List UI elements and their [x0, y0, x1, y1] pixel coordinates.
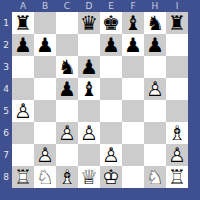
white-pawn[interactable]: ♟♙ — [12, 100, 34, 122]
square-f7[interactable] — [122, 144, 144, 166]
black-rook[interactable]: ♜ — [12, 12, 34, 34]
square-g1[interactable]: ♞ — [144, 12, 166, 34]
square-f8[interactable] — [122, 166, 144, 188]
white-piece-outline: ♗ — [166, 122, 188, 144]
black-pawn[interactable]: ♟ — [12, 34, 34, 56]
white-piece-outline: ♙ — [34, 144, 56, 166]
square-g3[interactable] — [144, 56, 166, 78]
square-a5[interactable]: ♟♙ — [12, 100, 34, 122]
square-c6[interactable]: ♟♙ — [56, 122, 78, 144]
square-d2[interactable] — [78, 34, 100, 56]
square-a1[interactable]: ♜ — [12, 12, 34, 34]
square-c4[interactable]: ♟ — [56, 78, 78, 100]
square-b3[interactable] — [34, 56, 56, 78]
white-piece-outline: ♘ — [34, 166, 56, 188]
square-h4[interactable] — [166, 78, 188, 100]
square-g2[interactable]: ♟ — [144, 34, 166, 56]
square-h7[interactable]: ♟♙ — [166, 144, 188, 166]
square-a4[interactable] — [12, 78, 34, 100]
white-bishop[interactable]: ♝♗ — [56, 166, 78, 188]
white-piece-outline: ♖ — [12, 166, 34, 188]
rank-label-6: 6 — [0, 122, 12, 144]
white-piece-outline: ♔ — [100, 166, 122, 188]
square-f2[interactable]: ♟ — [122, 34, 144, 56]
square-e2[interactable]: ♟ — [100, 34, 122, 56]
file-label-c: C — [56, 0, 78, 12]
square-b2[interactable]: ♟ — [34, 34, 56, 56]
white-piece-outline: ♖ — [166, 166, 188, 188]
square-a3[interactable] — [12, 56, 34, 78]
square-e3[interactable] — [100, 56, 122, 78]
square-c3[interactable]: ♞ — [56, 56, 78, 78]
square-g5[interactable] — [144, 100, 166, 122]
black-pawn[interactable]: ♟ — [144, 34, 166, 56]
white-piece-outline: ♙ — [78, 122, 100, 144]
square-e4[interactable] — [100, 78, 122, 100]
black-pawn[interactable]: ♟ — [122, 34, 144, 56]
black-bishop[interactable]: ♝ — [78, 78, 100, 100]
square-e7[interactable]: ♟♙ — [100, 144, 122, 166]
square-g8[interactable]: ♞♘ — [144, 166, 166, 188]
square-f5[interactable] — [122, 100, 144, 122]
black-pawn[interactable]: ♟ — [100, 34, 122, 56]
black-knight[interactable]: ♞ — [56, 56, 78, 78]
black-queen[interactable]: ♛ — [78, 12, 100, 34]
square-g4[interactable]: ♟♙ — [144, 78, 166, 100]
white-pawn[interactable]: ♟♙ — [56, 122, 78, 144]
white-piece-outline: ♗ — [56, 166, 78, 188]
square-a8[interactable]: ♜♖ — [12, 166, 34, 188]
white-piece-outline: ♙ — [166, 144, 188, 166]
rank-label-8: 8 — [0, 166, 12, 188]
rank-label-4: 4 — [0, 78, 12, 100]
square-c7[interactable] — [56, 144, 78, 166]
square-f6[interactable] — [122, 122, 144, 144]
square-h1[interactable]: ♜ — [166, 12, 188, 34]
square-c1[interactable] — [56, 12, 78, 34]
square-a2[interactable]: ♟ — [12, 34, 34, 56]
square-d3[interactable]: ♟ — [78, 56, 100, 78]
black-bishop[interactable]: ♝ — [122, 12, 144, 34]
white-knight[interactable]: ♞♘ — [34, 166, 56, 188]
rank-label-5: 5 — [0, 100, 12, 122]
square-e6[interactable] — [100, 122, 122, 144]
square-c5[interactable] — [56, 100, 78, 122]
black-pawn[interactable]: ♟ — [56, 78, 78, 100]
white-knight[interactable]: ♞♘ — [144, 166, 166, 188]
white-king[interactable]: ♚♔ — [100, 166, 122, 188]
square-d6[interactable]: ♟♙ — [78, 122, 100, 144]
black-knight[interactable]: ♞ — [144, 12, 166, 34]
square-h3[interactable] — [166, 56, 188, 78]
square-d7[interactable] — [78, 144, 100, 166]
white-pawn[interactable]: ♟♙ — [34, 144, 56, 166]
square-h6[interactable]: ♝♗ — [166, 122, 188, 144]
black-rook[interactable]: ♜ — [166, 12, 188, 34]
square-a6[interactable] — [12, 122, 34, 144]
square-e8[interactable]: ♚♔ — [100, 166, 122, 188]
white-pawn[interactable]: ♟♙ — [166, 144, 188, 166]
white-rook[interactable]: ♜♖ — [12, 166, 34, 188]
rank-label-1: 1 — [0, 12, 12, 34]
square-e5[interactable] — [100, 100, 122, 122]
square-b7[interactable]: ♟♙ — [34, 144, 56, 166]
rank-label-2: 2 — [0, 34, 12, 56]
white-piece-outline: ♙ — [100, 144, 122, 166]
square-c8[interactable]: ♝♗ — [56, 166, 78, 188]
white-pawn[interactable]: ♟♙ — [144, 78, 166, 100]
chess-board: ♜♛♚♝♞♜♟♟♟♟♟♞♟♟♝♟♙♟♙♟♙♟♙♝♗♟♙♟♙♟♙♜♖♞♘♝♗♛♕♚… — [12, 12, 188, 188]
white-piece-outline: ♕ — [78, 166, 100, 188]
square-b8[interactable]: ♞♘ — [34, 166, 56, 188]
black-pawn[interactable]: ♟ — [34, 34, 56, 56]
rank-label-3: 3 — [0, 56, 12, 78]
square-f1[interactable]: ♝ — [122, 12, 144, 34]
white-piece-outline: ♙ — [144, 78, 166, 100]
square-b1[interactable] — [34, 12, 56, 34]
square-h8[interactable]: ♜♖ — [166, 166, 188, 188]
square-c2[interactable] — [56, 34, 78, 56]
square-f3[interactable] — [122, 56, 144, 78]
white-bishop[interactable]: ♝♗ — [166, 122, 188, 144]
white-pawn[interactable]: ♟♙ — [78, 122, 100, 144]
white-queen[interactable]: ♛♕ — [78, 166, 100, 188]
square-e1[interactable]: ♚ — [100, 12, 122, 34]
black-pawn[interactable]: ♟ — [78, 56, 100, 78]
square-f4[interactable] — [122, 78, 144, 100]
file-label-b: B — [34, 0, 56, 12]
white-pawn[interactable]: ♟♙ — [100, 144, 122, 166]
chess-diagram: ABCDEFHI 12345678 ♜♛♚♝♞♜♟♟♟♟♟♞♟♟♝♟♙♟♙♟♙♟… — [0, 0, 200, 200]
square-d8[interactable]: ♛♕ — [78, 166, 100, 188]
square-h2[interactable] — [166, 34, 188, 56]
square-b6[interactable] — [34, 122, 56, 144]
square-d4[interactable]: ♝ — [78, 78, 100, 100]
rank-label-7: 7 — [0, 144, 12, 166]
square-g7[interactable] — [144, 144, 166, 166]
white-piece-outline: ♙ — [56, 122, 78, 144]
square-d5[interactable] — [78, 100, 100, 122]
square-b4[interactable] — [34, 78, 56, 100]
white-piece-outline: ♙ — [12, 100, 34, 122]
white-piece-outline: ♘ — [144, 166, 166, 188]
rank-labels: 12345678 — [0, 12, 12, 188]
square-h5[interactable] — [166, 100, 188, 122]
black-king[interactable]: ♚ — [100, 12, 122, 34]
white-rook[interactable]: ♜♖ — [166, 166, 188, 188]
square-a7[interactable] — [12, 144, 34, 166]
square-g6[interactable] — [144, 122, 166, 144]
square-b5[interactable] — [34, 100, 56, 122]
square-d1[interactable]: ♛ — [78, 12, 100, 34]
